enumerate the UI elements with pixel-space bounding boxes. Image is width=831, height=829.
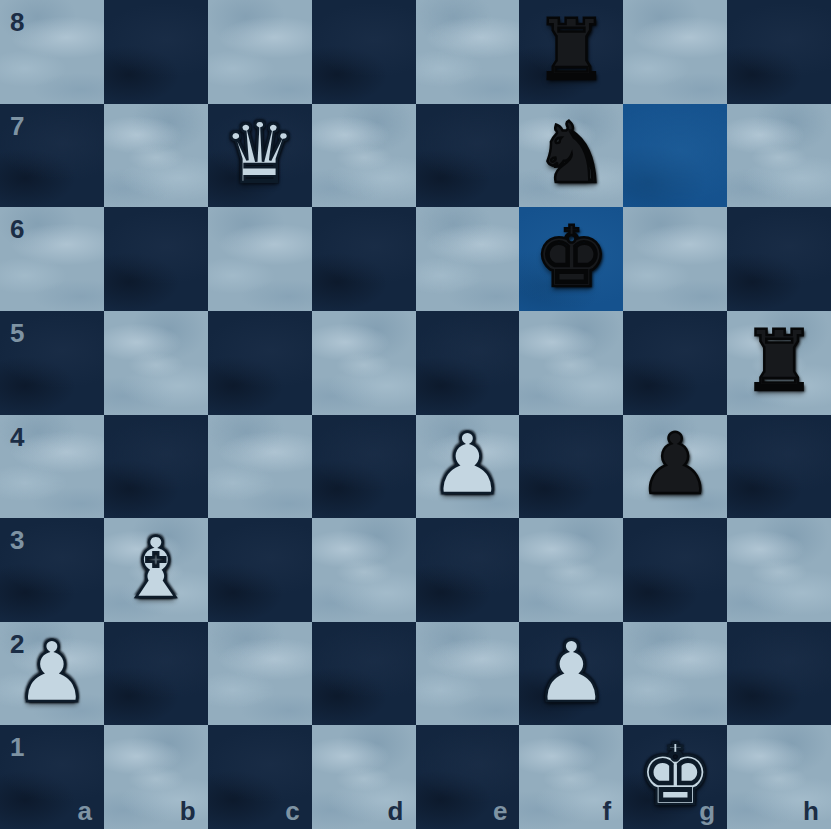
square-g7[interactable] [623, 104, 727, 208]
square-h6[interactable] [727, 207, 831, 311]
square-e3[interactable] [416, 518, 520, 622]
square-a4[interactable]: 4 [0, 415, 104, 519]
file-label-e: e [493, 796, 507, 827]
rank-label-8: 8 [10, 7, 24, 38]
square-a7[interactable]: 7 [0, 104, 104, 208]
square-e4[interactable]: ♟ [416, 415, 520, 519]
square-d2[interactable] [312, 622, 416, 726]
square-b1[interactable]: b [104, 725, 208, 829]
square-c7[interactable]: ♛ [208, 104, 312, 208]
chess-board: 8♜7♛♞6♚5♜4♟♟3♝2♟♟1abcdefg♚h [0, 0, 831, 829]
square-h4[interactable] [727, 415, 831, 519]
square-f7[interactable]: ♞ [519, 104, 623, 208]
square-f1[interactable]: f [519, 725, 623, 829]
square-d7[interactable] [312, 104, 416, 208]
square-b8[interactable] [104, 0, 208, 104]
square-b6[interactable] [104, 207, 208, 311]
white-pawn-piece[interactable]: ♟ [14, 630, 89, 714]
white-pawn-piece[interactable]: ♟ [534, 630, 609, 714]
file-label-a: a [77, 796, 91, 827]
square-g3[interactable] [623, 518, 727, 622]
square-g2[interactable] [623, 622, 727, 726]
square-d1[interactable]: d [312, 725, 416, 829]
square-h3[interactable] [727, 518, 831, 622]
square-d8[interactable] [312, 0, 416, 104]
square-g6[interactable] [623, 207, 727, 311]
square-a5[interactable]: 5 [0, 311, 104, 415]
rank-label-3: 3 [10, 525, 24, 556]
file-label-g: g [699, 796, 715, 827]
square-b5[interactable] [104, 311, 208, 415]
file-label-b: b [180, 796, 196, 827]
square-d3[interactable] [312, 518, 416, 622]
rank-label-1: 1 [10, 732, 24, 763]
square-a3[interactable]: 3 [0, 518, 104, 622]
black-knight-piece[interactable]: ♞ [534, 111, 609, 195]
square-c2[interactable] [208, 622, 312, 726]
square-a1[interactable]: 1a [0, 725, 104, 829]
white-queen-piece[interactable]: ♛ [222, 111, 297, 195]
square-f4[interactable] [519, 415, 623, 519]
square-f3[interactable] [519, 518, 623, 622]
square-f8[interactable]: ♜ [519, 0, 623, 104]
square-e8[interactable] [416, 0, 520, 104]
square-e6[interactable] [416, 207, 520, 311]
square-f5[interactable] [519, 311, 623, 415]
square-e5[interactable] [416, 311, 520, 415]
file-label-f: f [603, 796, 612, 827]
square-d4[interactable] [312, 415, 416, 519]
square-h5[interactable]: ♜ [727, 311, 831, 415]
square-e2[interactable] [416, 622, 520, 726]
white-bishop-piece[interactable]: ♝ [118, 526, 193, 610]
square-g4[interactable]: ♟ [623, 415, 727, 519]
square-g1[interactable]: g♚ [623, 725, 727, 829]
square-g5[interactable] [623, 311, 727, 415]
black-king-piece[interactable]: ♚ [534, 215, 609, 299]
square-h2[interactable] [727, 622, 831, 726]
rank-label-7: 7 [10, 111, 24, 142]
square-c3[interactable] [208, 518, 312, 622]
square-b2[interactable] [104, 622, 208, 726]
square-b7[interactable] [104, 104, 208, 208]
square-c4[interactable] [208, 415, 312, 519]
black-rook-piece[interactable]: ♜ [534, 8, 609, 92]
white-pawn-piece[interactable]: ♟ [430, 422, 505, 506]
file-label-d: d [388, 796, 404, 827]
file-label-c: c [285, 796, 299, 827]
rank-label-6: 6 [10, 214, 24, 245]
rank-label-2: 2 [10, 629, 24, 660]
square-a8[interactable]: 8 [0, 0, 104, 104]
square-h1[interactable]: h [727, 725, 831, 829]
square-a2[interactable]: 2♟ [0, 622, 104, 726]
square-c1[interactable]: c [208, 725, 312, 829]
square-e7[interactable] [416, 104, 520, 208]
square-g8[interactable] [623, 0, 727, 104]
square-a6[interactable]: 6 [0, 207, 104, 311]
square-c6[interactable] [208, 207, 312, 311]
square-c8[interactable] [208, 0, 312, 104]
square-h8[interactable] [727, 0, 831, 104]
square-e1[interactable]: e [416, 725, 520, 829]
black-rook-piece[interactable]: ♜ [741, 319, 816, 403]
square-d6[interactable] [312, 207, 416, 311]
file-label-h: h [803, 796, 819, 827]
rank-label-5: 5 [10, 318, 24, 349]
square-b3[interactable]: ♝ [104, 518, 208, 622]
square-b4[interactable] [104, 415, 208, 519]
square-h7[interactable] [727, 104, 831, 208]
square-d5[interactable] [312, 311, 416, 415]
square-c5[interactable] [208, 311, 312, 415]
black-pawn-piece[interactable]: ♟ [638, 422, 713, 506]
square-f2[interactable]: ♟ [519, 622, 623, 726]
rank-label-4: 4 [10, 422, 24, 453]
square-f6[interactable]: ♚ [519, 207, 623, 311]
